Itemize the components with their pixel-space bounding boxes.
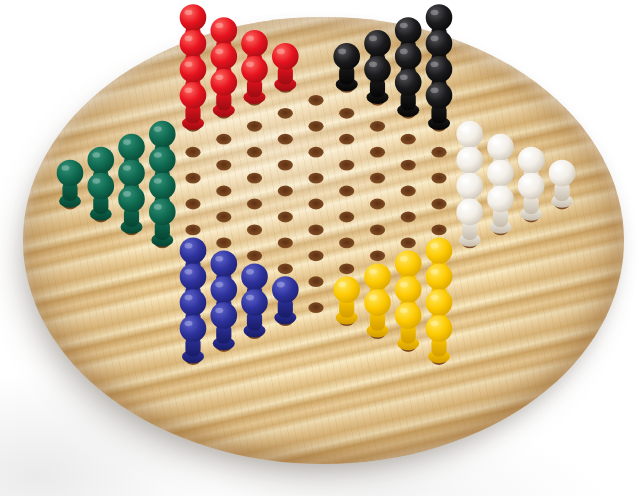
hole[interactable] — [370, 173, 385, 184]
hole[interactable] — [185, 147, 200, 158]
hole[interactable] — [401, 238, 416, 249]
peg-blue[interactable] — [211, 302, 238, 350]
hole[interactable] — [278, 212, 293, 223]
peg-black[interactable] — [364, 56, 391, 104]
hole[interactable] — [431, 147, 446, 158]
peg-white[interactable] — [518, 173, 545, 221]
hole[interactable] — [401, 134, 416, 145]
peg-white[interactable] — [487, 186, 514, 234]
hole[interactable] — [216, 160, 231, 171]
hole[interactable] — [185, 199, 200, 210]
hole[interactable] — [401, 212, 416, 223]
hole[interactable] — [339, 263, 354, 274]
peg-black[interactable] — [395, 69, 422, 117]
hole[interactable] — [308, 250, 323, 261]
hole[interactable] — [339, 186, 354, 197]
peg-blue[interactable] — [180, 315, 207, 363]
peg-red[interactable] — [211, 69, 238, 117]
hole[interactable] — [401, 160, 416, 171]
hole[interactable] — [278, 263, 293, 274]
peg-black[interactable] — [426, 82, 453, 130]
hole[interactable] — [370, 199, 385, 210]
peg-green[interactable] — [88, 173, 115, 221]
peg-yellow[interactable] — [426, 315, 453, 363]
hole[interactable] — [247, 225, 262, 236]
peg-blue[interactable] — [272, 276, 299, 324]
peg-green[interactable] — [149, 199, 176, 247]
hole[interactable] — [185, 173, 200, 184]
peg-red[interactable] — [241, 56, 268, 104]
hole[interactable] — [370, 121, 385, 132]
peg-white[interactable] — [549, 160, 576, 208]
peg-green[interactable] — [57, 160, 84, 208]
hole[interactable] — [431, 173, 446, 184]
peg-red[interactable] — [272, 43, 299, 91]
hole[interactable] — [339, 160, 354, 171]
peg-blue[interactable] — [241, 289, 268, 337]
hole[interactable] — [247, 121, 262, 132]
peg-green[interactable] — [118, 186, 145, 234]
hole[interactable] — [247, 250, 262, 261]
hole[interactable] — [308, 173, 323, 184]
hole[interactable] — [339, 238, 354, 249]
peg-yellow[interactable] — [364, 289, 391, 337]
hole[interactable] — [339, 134, 354, 145]
hole[interactable] — [308, 302, 323, 313]
hole[interactable] — [247, 147, 262, 158]
hole[interactable] — [278, 238, 293, 249]
hole[interactable] — [216, 134, 231, 145]
peg-yellow[interactable] — [333, 276, 360, 324]
hole[interactable] — [339, 108, 354, 119]
hole[interactable] — [278, 134, 293, 145]
hole[interactable] — [431, 225, 446, 236]
hole[interactable] — [247, 199, 262, 210]
hole[interactable] — [278, 108, 293, 119]
hole[interactable] — [216, 212, 231, 223]
peg-white[interactable] — [456, 199, 483, 247]
hole[interactable] — [308, 95, 323, 106]
hole[interactable] — [247, 173, 262, 184]
hole[interactable] — [308, 225, 323, 236]
hole[interactable] — [308, 147, 323, 158]
peg-red[interactable] — [180, 82, 207, 130]
peg-black[interactable] — [333, 43, 360, 91]
hole[interactable] — [216, 238, 231, 249]
hole[interactable] — [278, 186, 293, 197]
hole[interactable] — [401, 186, 416, 197]
hole[interactable] — [308, 276, 323, 287]
hole[interactable] — [308, 121, 323, 132]
peg-yellow[interactable] — [395, 302, 422, 350]
hole[interactable] — [370, 225, 385, 236]
hole[interactable] — [431, 199, 446, 210]
hole[interactable] — [370, 147, 385, 158]
hole[interactable] — [216, 186, 231, 197]
scene — [0, 0, 643, 496]
hole[interactable] — [308, 199, 323, 210]
hole[interactable] — [185, 225, 200, 236]
hole[interactable] — [339, 212, 354, 223]
board-svg — [0, 0, 643, 496]
hole[interactable] — [278, 160, 293, 171]
hole[interactable] — [370, 250, 385, 261]
